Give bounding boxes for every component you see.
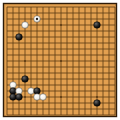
stone-white-B6[interactable] (10, 82, 17, 89)
white-stone[interactable] (28, 88, 35, 95)
stone-white-C5[interactable] (16, 88, 23, 95)
stone-black-C14[interactable] (16, 34, 23, 41)
stone-black-Q3[interactable] (94, 100, 101, 107)
black-stone[interactable] (34, 88, 41, 95)
stone-black-F5[interactable] (34, 88, 41, 95)
stone-white-D16[interactable] (22, 22, 29, 29)
black-stone[interactable] (10, 88, 17, 95)
white-stone[interactable] (10, 82, 17, 89)
stone-black-B4[interactable] (10, 94, 17, 101)
stone-white-F4[interactable] (34, 94, 41, 101)
hoshi-point (24, 60, 26, 62)
go-app (0, 0, 120, 120)
white-stone[interactable] (16, 88, 23, 95)
hoshi-point (60, 60, 62, 62)
stone-white-E5[interactable] (28, 88, 35, 95)
stone-black-B5[interactable] (10, 88, 17, 95)
hoshi-point (96, 96, 98, 98)
stone-black-C4[interactable] (16, 94, 23, 101)
black-stone[interactable] (94, 100, 101, 107)
hoshi-point (96, 60, 98, 62)
black-stone[interactable] (10, 94, 17, 101)
black-stone[interactable] (16, 34, 23, 41)
white-stone[interactable] (22, 22, 29, 29)
black-stone[interactable] (94, 22, 101, 29)
black-stone[interactable] (22, 76, 29, 83)
hoshi-point (24, 96, 26, 98)
last-move-marker (36, 18, 38, 20)
go-board[interactable] (0, 0, 120, 120)
hoshi-point (60, 24, 62, 26)
stone-black-Q16[interactable] (94, 22, 101, 29)
white-stone[interactable] (40, 94, 47, 101)
white-stone[interactable] (34, 94, 41, 101)
black-stone[interactable] (16, 94, 23, 101)
hoshi-point (60, 96, 62, 98)
stone-white-F17[interactable] (34, 16, 41, 23)
stone-white-G4[interactable] (40, 94, 47, 101)
stone-black-D7[interactable] (22, 76, 29, 83)
